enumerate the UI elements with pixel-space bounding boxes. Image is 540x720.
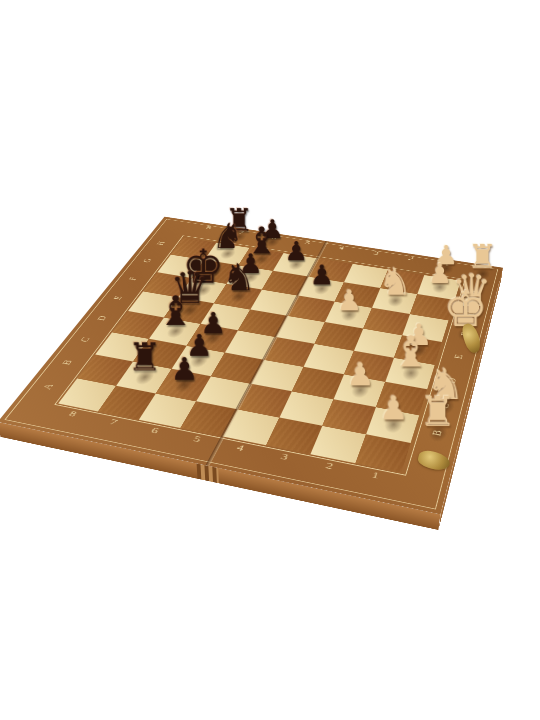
black-pawn-glyph: ♟ bbox=[146, 309, 222, 385]
product-photo-scene: ♜♝♛♚♞♜♟♟♟♞♟♝♟♟♟♟♟♞♟♝♟♟♟♜♞♚♛♜ AABBCCDDEEF… bbox=[0, 0, 540, 720]
white-rook-glyph: ♜ bbox=[397, 353, 477, 433]
square-d4[interactable] bbox=[264, 337, 315, 367]
chess-board-3d: ♜♝♛♚♞♜♟♟♟♞♟♝♟♟♟♟♟♞♟♝♟♟♟♜♞♚♛♜ AABBCCDDEEF… bbox=[0, 217, 503, 515]
board-grid: ♜♝♛♚♞♜♟♟♟♞♟♝♟♟♟♟♟♞♟♝♟♟♟♜♞♚♛♜ bbox=[58, 238, 461, 473]
board-surface: ♜♝♛♚♞♜♟♟♟♞♟♝♟♟♟♟♟♞♟♝♟♟♟♜♞♚♛♜ AABBCCDDEEF… bbox=[0, 217, 503, 515]
